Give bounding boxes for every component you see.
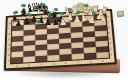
- coordinate-label: 6: [107, 25, 111, 29]
- coordinate-label: 4: [108, 36, 112, 40]
- coordinate-label: d: [49, 61, 58, 65]
- chess-set-photo: abcdefgh abcdefgh 87654321 87654321 ♜♟♞♟…: [0, 0, 128, 80]
- coordinate-label: 1: [7, 59, 11, 63]
- coordinate-label: h: [98, 58, 107, 62]
- square-g1[interactable]: [84, 53, 97, 59]
- square-a1[interactable]: [11, 57, 23, 63]
- square-b1[interactable]: [23, 56, 35, 62]
- felt-base-dot: [21, 4, 26, 8]
- coordinate-label: 5: [8, 37, 12, 41]
- coordinate-label: 7: [8, 27, 12, 31]
- felt-base-dot: [92, 12, 96, 15]
- coordinate-label: c: [37, 62, 46, 66]
- coordinate-label: 3: [108, 41, 112, 45]
- coordinate-label: 6: [8, 32, 12, 36]
- coordinate-label: 5: [108, 31, 112, 35]
- hinge-icon: [117, 11, 125, 18]
- coordinate-label: 1: [109, 53, 113, 57]
- coordinate-label: 3: [7, 48, 11, 52]
- coordinate-label: g: [86, 59, 95, 63]
- dark-chess-piece[interactable]: ♟: [15, 20, 23, 28]
- coordinate-label: 2: [7, 53, 11, 57]
- coordinate-label: a: [13, 63, 22, 67]
- coordinate-label: e: [61, 61, 70, 65]
- felt-base-dot: [40, 3, 45, 7]
- square-f1[interactable]: [72, 54, 85, 60]
- square-c1[interactable]: [35, 56, 47, 62]
- coordinate-label: 4: [7, 42, 11, 46]
- coordinate-label: 2: [109, 47, 113, 51]
- light-chess-piece[interactable]: ♞: [98, 13, 108, 23]
- square-e1[interactable]: [59, 54, 71, 60]
- square-d1[interactable]: [47, 55, 59, 61]
- coordinate-label: f: [74, 60, 83, 64]
- square-h1[interactable]: [96, 52, 109, 58]
- coordinate-label: b: [25, 63, 34, 67]
- felt-base-dot: [36, 20, 41, 23]
